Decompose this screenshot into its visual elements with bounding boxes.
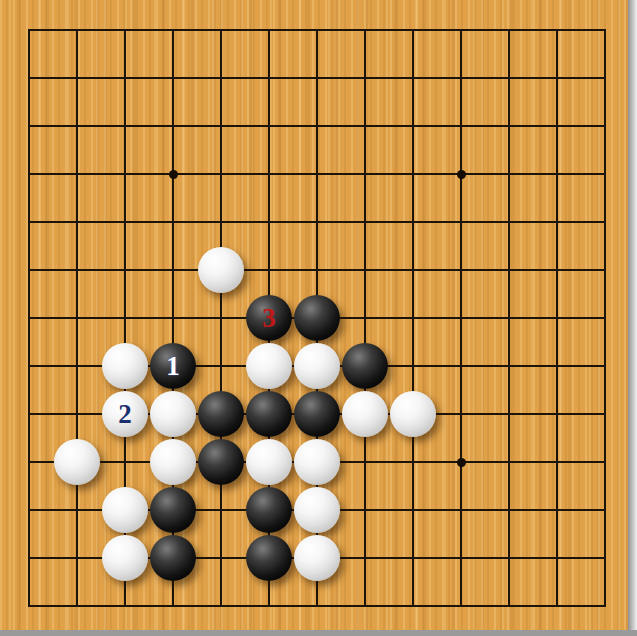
intersection[interactable] [389, 102, 437, 150]
intersection[interactable] [485, 390, 533, 438]
intersection[interactable] [341, 486, 389, 534]
intersection[interactable] [5, 198, 53, 246]
black-stone [342, 343, 388, 389]
intersection[interactable] [245, 102, 293, 150]
move-number: 1 [166, 353, 180, 380]
intersection[interactable] [53, 198, 101, 246]
intersection[interactable] [437, 294, 485, 342]
intersection[interactable] [293, 102, 341, 150]
intersection[interactable] [389, 438, 437, 486]
intersection[interactable] [101, 102, 149, 150]
intersection[interactable] [581, 6, 629, 54]
intersection[interactable] [581, 54, 629, 102]
intersection[interactable] [197, 54, 245, 102]
intersection[interactable] [149, 198, 197, 246]
intersection[interactable] [101, 582, 149, 630]
intersection[interactable] [101, 438, 149, 486]
intersection[interactable] [149, 486, 197, 534]
intersection[interactable] [53, 294, 101, 342]
intersection[interactable] [53, 150, 101, 198]
intersection[interactable] [485, 486, 533, 534]
intersection[interactable] [533, 582, 581, 630]
intersection[interactable] [389, 54, 437, 102]
intersection[interactable] [341, 198, 389, 246]
intersection[interactable] [5, 246, 53, 294]
intersection[interactable] [485, 102, 533, 150]
intersection[interactable] [245, 390, 293, 438]
go-board[interactable]: 312 [5, 6, 629, 630]
intersection[interactable] [101, 54, 149, 102]
black-stone [150, 535, 196, 581]
intersection[interactable] [437, 390, 485, 438]
intersection[interactable] [5, 6, 53, 54]
intersection[interactable] [485, 246, 533, 294]
intersection[interactable] [533, 342, 581, 390]
intersection[interactable] [341, 150, 389, 198]
intersection[interactable] [533, 198, 581, 246]
white-stone [54, 439, 100, 485]
intersection[interactable] [389, 582, 437, 630]
intersection[interactable] [149, 438, 197, 486]
intersection[interactable] [581, 486, 629, 534]
intersection[interactable] [293, 438, 341, 486]
right-edge-strip [628, 0, 637, 636]
intersection[interactable] [389, 294, 437, 342]
intersection[interactable] [197, 102, 245, 150]
intersection[interactable] [149, 6, 197, 54]
intersection[interactable] [245, 486, 293, 534]
intersection[interactable] [293, 390, 341, 438]
black-stone: 1 [150, 343, 196, 389]
intersection[interactable] [5, 582, 53, 630]
intersection[interactable] [581, 390, 629, 438]
intersection[interactable] [533, 150, 581, 198]
intersection[interactable] [5, 150, 53, 198]
intersection[interactable] [245, 582, 293, 630]
intersection[interactable] [341, 534, 389, 582]
intersection[interactable] [149, 294, 197, 342]
intersection[interactable] [485, 294, 533, 342]
intersection[interactable] [389, 246, 437, 294]
intersection[interactable] [5, 438, 53, 486]
intersection[interactable] [245, 534, 293, 582]
intersection[interactable] [389, 150, 437, 198]
intersection[interactable] [293, 582, 341, 630]
intersection[interactable] [101, 534, 149, 582]
intersection[interactable] [5, 54, 53, 102]
intersection[interactable] [485, 150, 533, 198]
intersection[interactable] [581, 246, 629, 294]
white-stone [294, 535, 340, 581]
intersection[interactable] [245, 54, 293, 102]
intersection[interactable] [485, 582, 533, 630]
intersection[interactable] [293, 150, 341, 198]
intersection[interactable] [197, 294, 245, 342]
black-stone [150, 487, 196, 533]
intersection[interactable] [581, 342, 629, 390]
intersection[interactable] [389, 534, 437, 582]
intersection[interactable] [5, 294, 53, 342]
intersection[interactable] [485, 438, 533, 486]
intersection[interactable] [581, 102, 629, 150]
intersection[interactable] [245, 150, 293, 198]
white-stone [294, 487, 340, 533]
intersection[interactable] [53, 582, 101, 630]
white-stone [102, 343, 148, 389]
white-stone [294, 439, 340, 485]
intersection[interactable] [197, 342, 245, 390]
intersection[interactable] [149, 582, 197, 630]
intersection[interactable] [197, 582, 245, 630]
intersection[interactable] [389, 486, 437, 534]
intersection[interactable] [197, 534, 245, 582]
intersection[interactable] [101, 6, 149, 54]
intersection[interactable] [341, 54, 389, 102]
intersection[interactable] [341, 102, 389, 150]
intersection[interactable] [533, 486, 581, 534]
intersection[interactable] [293, 54, 341, 102]
intersection[interactable] [437, 534, 485, 582]
intersection[interactable] [101, 246, 149, 294]
bottom-edge-strip [0, 630, 637, 636]
intersection[interactable] [437, 438, 485, 486]
intersection[interactable] [437, 150, 485, 198]
intersection[interactable] [341, 582, 389, 630]
intersection[interactable] [149, 390, 197, 438]
intersection[interactable]: 3 [245, 294, 293, 342]
intersection[interactable] [245, 246, 293, 294]
intersection[interactable] [197, 6, 245, 54]
intersection[interactable] [389, 6, 437, 54]
intersection[interactable] [53, 102, 101, 150]
intersection[interactable] [437, 6, 485, 54]
black-stone: 3 [246, 295, 292, 341]
intersection[interactable] [101, 486, 149, 534]
intersection[interactable] [389, 342, 437, 390]
intersection[interactable] [197, 198, 245, 246]
intersection[interactable] [533, 438, 581, 486]
intersection[interactable] [581, 582, 629, 630]
intersection[interactable] [581, 294, 629, 342]
intersection[interactable]: 2 [101, 390, 149, 438]
white-stone [150, 439, 196, 485]
intersection[interactable] [293, 342, 341, 390]
intersection[interactable] [245, 342, 293, 390]
black-stone [246, 391, 292, 437]
intersection[interactable] [293, 198, 341, 246]
intersection[interactable] [437, 582, 485, 630]
intersection[interactable] [293, 486, 341, 534]
intersection[interactable] [389, 390, 437, 438]
intersection[interactable] [293, 534, 341, 582]
intersection[interactable] [389, 198, 437, 246]
intersection[interactable] [5, 534, 53, 582]
intersection[interactable] [5, 102, 53, 150]
intersection[interactable]: 1 [149, 342, 197, 390]
black-stone [198, 391, 244, 437]
go-diagram-screenshot: 312 [0, 0, 637, 636]
intersection[interactable] [341, 6, 389, 54]
move-number: 2 [118, 401, 132, 428]
intersection[interactable] [149, 246, 197, 294]
intersection[interactable] [533, 534, 581, 582]
intersection[interactable] [581, 534, 629, 582]
white-stone [198, 247, 244, 293]
intersection[interactable] [341, 246, 389, 294]
intersection[interactable] [437, 486, 485, 534]
intersection[interactable] [533, 246, 581, 294]
intersection[interactable] [437, 198, 485, 246]
intersection[interactable] [149, 534, 197, 582]
intersection[interactable] [341, 390, 389, 438]
intersection[interactable] [581, 438, 629, 486]
intersection[interactable] [437, 246, 485, 294]
white-stone [390, 391, 436, 437]
white-stone [150, 391, 196, 437]
intersection[interactable] [581, 198, 629, 246]
white-stone [342, 391, 388, 437]
intersection[interactable] [5, 390, 53, 438]
white-stone [246, 343, 292, 389]
white-stone: 2 [102, 391, 148, 437]
intersection[interactable] [53, 486, 101, 534]
intersection[interactable] [5, 486, 53, 534]
black-stone [246, 535, 292, 581]
intersection[interactable] [53, 342, 101, 390]
intersection[interactable] [533, 102, 581, 150]
intersection[interactable] [53, 534, 101, 582]
intersection[interactable] [533, 390, 581, 438]
intersection[interactable] [197, 246, 245, 294]
intersection[interactable] [149, 102, 197, 150]
intersection[interactable] [197, 390, 245, 438]
white-stone [102, 487, 148, 533]
intersection[interactable] [5, 342, 53, 390]
intersection[interactable] [197, 438, 245, 486]
intersection[interactable] [53, 438, 101, 486]
intersection[interactable] [533, 6, 581, 54]
black-stone [198, 439, 244, 485]
intersection[interactable] [149, 150, 197, 198]
intersection[interactable] [293, 294, 341, 342]
intersection[interactable] [149, 54, 197, 102]
intersection[interactable] [485, 534, 533, 582]
intersection[interactable] [485, 54, 533, 102]
white-stone [102, 535, 148, 581]
intersection[interactable] [293, 6, 341, 54]
intersection[interactable] [485, 198, 533, 246]
white-stone [246, 439, 292, 485]
white-stone [294, 343, 340, 389]
intersection[interactable] [101, 294, 149, 342]
intersection[interactable] [581, 150, 629, 198]
intersection[interactable] [53, 246, 101, 294]
intersection[interactable] [53, 6, 101, 54]
move-number: 3 [262, 305, 276, 332]
intersection[interactable] [245, 438, 293, 486]
intersection[interactable] [245, 6, 293, 54]
black-stone [294, 391, 340, 437]
intersection[interactable] [341, 438, 389, 486]
black-stone [246, 487, 292, 533]
intersection[interactable] [101, 150, 149, 198]
intersection[interactable] [437, 54, 485, 102]
intersection[interactable] [197, 150, 245, 198]
intersection[interactable] [53, 54, 101, 102]
black-stone [294, 295, 340, 341]
intersection[interactable] [53, 390, 101, 438]
intersection[interactable] [101, 342, 149, 390]
intersection[interactable] [341, 342, 389, 390]
intersection[interactable] [101, 198, 149, 246]
intersection[interactable] [485, 342, 533, 390]
intersection[interactable] [197, 486, 245, 534]
intersection[interactable] [533, 294, 581, 342]
intersection[interactable] [485, 6, 533, 54]
intersection[interactable] [533, 54, 581, 102]
intersection[interactable] [437, 102, 485, 150]
intersection[interactable] [293, 246, 341, 294]
intersection[interactable] [341, 294, 389, 342]
intersection[interactable] [437, 342, 485, 390]
intersection[interactable] [245, 198, 293, 246]
